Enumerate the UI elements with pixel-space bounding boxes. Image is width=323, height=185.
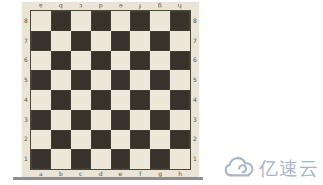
chessboard: abcdefgh 87654321 87654321 abcdefgh: [22, 2, 199, 177]
square-e7[interactable]: [111, 31, 131, 51]
square-h7[interactable]: [170, 31, 190, 51]
square-d3[interactable]: [91, 110, 111, 130]
board-grid: [30, 10, 191, 170]
square-h2[interactable]: [170, 130, 190, 150]
file-label-top-h: h: [170, 2, 190, 10]
file-label-top-f: f: [130, 2, 150, 10]
square-g3[interactable]: [150, 110, 170, 130]
board-drop-shadow: [13, 177, 203, 180]
square-c2[interactable]: [71, 130, 91, 150]
square-g8[interactable]: [150, 11, 170, 31]
square-f8[interactable]: [130, 11, 150, 31]
rank-label-right-2: 2: [191, 130, 199, 150]
square-h4[interactable]: [170, 90, 190, 110]
file-label-top-a: a: [31, 2, 51, 10]
rank-label-right-8: 8: [191, 11, 199, 31]
square-b8[interactable]: [51, 11, 71, 31]
rank-label-right-7: 7: [191, 31, 199, 51]
square-h6[interactable]: [170, 51, 190, 71]
rank-label-left-2: 2: [22, 130, 30, 150]
square-a8[interactable]: [31, 11, 51, 31]
watermark-text: 亿速云: [259, 159, 319, 178]
square-d5[interactable]: [91, 70, 111, 90]
square-b1[interactable]: [51, 149, 71, 169]
rank-label-right-5: 5: [191, 70, 199, 90]
file-labels-top: abcdefgh: [31, 2, 190, 10]
square-f2[interactable]: [130, 130, 150, 150]
square-g4[interactable]: [150, 90, 170, 110]
square-b4[interactable]: [51, 90, 71, 110]
square-h1[interactable]: [170, 149, 190, 169]
square-a5[interactable]: [31, 70, 51, 90]
square-b5[interactable]: [51, 70, 71, 90]
square-g1[interactable]: [150, 149, 170, 169]
square-c1[interactable]: [71, 149, 91, 169]
square-d6[interactable]: [91, 51, 111, 71]
rank-label-left-6: 6: [22, 51, 30, 71]
file-label-top-c: c: [71, 2, 91, 10]
rank-label-right-1: 1: [191, 149, 199, 169]
square-e8[interactable]: [111, 11, 131, 31]
file-label-top-b: b: [51, 2, 71, 10]
file-label-top-g: g: [150, 2, 170, 10]
rank-label-left-5: 5: [22, 70, 30, 90]
square-a7[interactable]: [31, 31, 51, 51]
file-label-bottom-a: a: [31, 170, 51, 177]
page-background: abcdefgh 87654321 87654321 abcdefgh 亿速云: [0, 0, 323, 185]
rank-label-left-3: 3: [22, 110, 30, 130]
square-a3[interactable]: [31, 110, 51, 130]
watermark: 亿速云: [223, 156, 319, 181]
square-c3[interactable]: [71, 110, 91, 130]
rank-label-left-8: 8: [22, 11, 30, 31]
file-label-bottom-b: b: [51, 170, 71, 177]
square-g6[interactable]: [150, 51, 170, 71]
square-b7[interactable]: [51, 31, 71, 51]
square-f3[interactable]: [130, 110, 150, 130]
file-label-top-d: d: [91, 2, 111, 10]
file-label-bottom-c: c: [71, 170, 91, 177]
square-c7[interactable]: [71, 31, 91, 51]
rank-labels-right: 87654321: [191, 11, 199, 169]
square-f1[interactable]: [130, 149, 150, 169]
rank-label-right-3: 3: [191, 110, 199, 130]
rank-label-left-7: 7: [22, 31, 30, 51]
square-g5[interactable]: [150, 70, 170, 90]
square-f6[interactable]: [130, 51, 150, 71]
square-d8[interactable]: [91, 11, 111, 31]
square-a6[interactable]: [31, 51, 51, 71]
square-h3[interactable]: [170, 110, 190, 130]
rank-label-left-4: 4: [22, 90, 30, 110]
square-c4[interactable]: [71, 90, 91, 110]
file-label-bottom-e: e: [111, 170, 131, 177]
square-g2[interactable]: [150, 130, 170, 150]
square-e1[interactable]: [111, 149, 131, 169]
square-f5[interactable]: [130, 70, 150, 90]
square-d4[interactable]: [91, 90, 111, 110]
square-d1[interactable]: [91, 149, 111, 169]
square-f7[interactable]: [130, 31, 150, 51]
square-c8[interactable]: [71, 11, 91, 31]
square-h5[interactable]: [170, 70, 190, 90]
square-f4[interactable]: [130, 90, 150, 110]
square-a1[interactable]: [31, 149, 51, 169]
square-b6[interactable]: [51, 51, 71, 71]
rank-labels-left: 87654321: [22, 11, 30, 169]
square-c5[interactable]: [71, 70, 91, 90]
square-b2[interactable]: [51, 130, 71, 150]
square-a2[interactable]: [31, 130, 51, 150]
file-label-bottom-g: g: [150, 170, 170, 177]
square-b3[interactable]: [51, 110, 71, 130]
file-label-bottom-h: h: [170, 170, 190, 177]
square-e2[interactable]: [111, 130, 131, 150]
file-label-top-e: e: [111, 2, 131, 10]
rank-label-right-4: 4: [191, 90, 199, 110]
square-g7[interactable]: [150, 31, 170, 51]
file-label-bottom-f: f: [130, 170, 150, 177]
square-d7[interactable]: [91, 31, 111, 51]
file-label-bottom-d: d: [91, 170, 111, 177]
file-labels-bottom: abcdefgh: [31, 170, 190, 177]
square-e5[interactable]: [111, 70, 131, 90]
rank-label-left-1: 1: [22, 149, 30, 169]
square-d2[interactable]: [91, 130, 111, 150]
square-h8[interactable]: [170, 11, 190, 31]
square-e3[interactable]: [111, 110, 131, 130]
square-e6[interactable]: [111, 51, 131, 71]
rank-label-right-6: 6: [191, 51, 199, 71]
square-e4[interactable]: [111, 90, 131, 110]
square-c6[interactable]: [71, 51, 91, 71]
cloud-logo-icon: [223, 156, 256, 181]
square-a4[interactable]: [31, 90, 51, 110]
